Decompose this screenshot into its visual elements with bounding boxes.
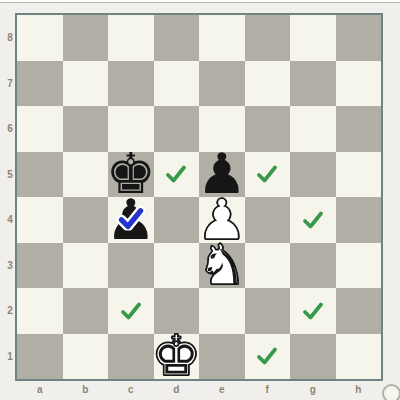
square-d6[interactable] [154,106,200,152]
square-b1[interactable] [63,334,109,380]
square-b2[interactable] [63,288,109,334]
square-c8[interactable] [108,15,154,61]
square-f1[interactable] [245,334,291,380]
square-d5[interactable] [154,152,200,198]
green-checkmark-icon [301,301,325,321]
square-h8[interactable] [336,15,382,61]
square-g7[interactable] [290,61,336,107]
square-h2[interactable] [336,288,382,334]
file-label-h: h [336,384,382,395]
square-g2[interactable] [290,288,336,334]
rank-labels: 87654321 [0,15,16,379]
square-d3[interactable] [154,243,200,289]
square-a2[interactable] [17,288,63,334]
green-checkmark-icon [255,164,279,184]
square-a1[interactable] [17,334,63,380]
square-c7[interactable] [108,61,154,107]
square-h6[interactable] [336,106,382,152]
square-b6[interactable] [63,106,109,152]
square-h5[interactable] [336,152,382,198]
square-d4[interactable] [154,197,200,243]
file-label-f: f [245,384,291,395]
black-pawn[interactable]: ♟ [108,197,154,243]
square-b5[interactable] [63,152,109,198]
square-d7[interactable] [154,61,200,107]
square-e1[interactable] [199,334,245,380]
square-f2[interactable] [245,288,291,334]
square-f5[interactable] [245,152,291,198]
square-h1[interactable] [336,334,382,380]
square-a6[interactable] [17,106,63,152]
chess-app-window: 87654321 ♚♟♟♟♞♚ abcdefgh [0,0,400,400]
square-a8[interactable] [17,15,63,61]
file-label-e: e [199,384,245,395]
square-a5[interactable] [17,152,63,198]
square-b3[interactable] [63,243,109,289]
square-g1[interactable] [290,334,336,380]
square-g3[interactable] [290,243,336,289]
square-c4[interactable]: ♟ [108,197,154,243]
square-a7[interactable] [17,61,63,107]
green-checkmark-icon [301,210,325,230]
square-f4[interactable] [245,197,291,243]
square-b4[interactable] [63,197,109,243]
white-knight[interactable]: ♞ [199,243,245,289]
green-checkmark-icon [164,164,188,184]
square-c2[interactable] [108,288,154,334]
green-checkmark-icon [255,346,279,366]
side-to-move-indicator [382,384,400,400]
white-king[interactable]: ♚ [154,334,200,380]
square-e7[interactable] [199,61,245,107]
square-h4[interactable] [336,197,382,243]
file-label-g: g [290,384,336,395]
square-b7[interactable] [63,61,109,107]
file-label-a: a [17,384,63,395]
square-f3[interactable] [245,243,291,289]
square-f7[interactable] [245,61,291,107]
square-f6[interactable] [245,106,291,152]
square-g6[interactable] [290,106,336,152]
square-e3[interactable]: ♞ [199,243,245,289]
square-d8[interactable] [154,15,200,61]
square-h7[interactable] [336,61,382,107]
square-a4[interactable] [17,197,63,243]
square-e8[interactable] [199,15,245,61]
square-g4[interactable] [290,197,336,243]
square-g8[interactable] [290,15,336,61]
square-c1[interactable] [108,334,154,380]
square-b8[interactable] [63,15,109,61]
board: ♚♟♟♟♞♚ [15,13,383,381]
file-label-c: c [108,384,154,395]
square-g5[interactable] [290,152,336,198]
square-d1[interactable]: ♚ [154,334,200,380]
top-divider [0,0,400,3]
square-f8[interactable] [245,15,291,61]
square-h3[interactable] [336,243,382,289]
square-a3[interactable] [17,243,63,289]
green-checkmark-icon [119,301,143,321]
file-label-b: b [63,384,109,395]
